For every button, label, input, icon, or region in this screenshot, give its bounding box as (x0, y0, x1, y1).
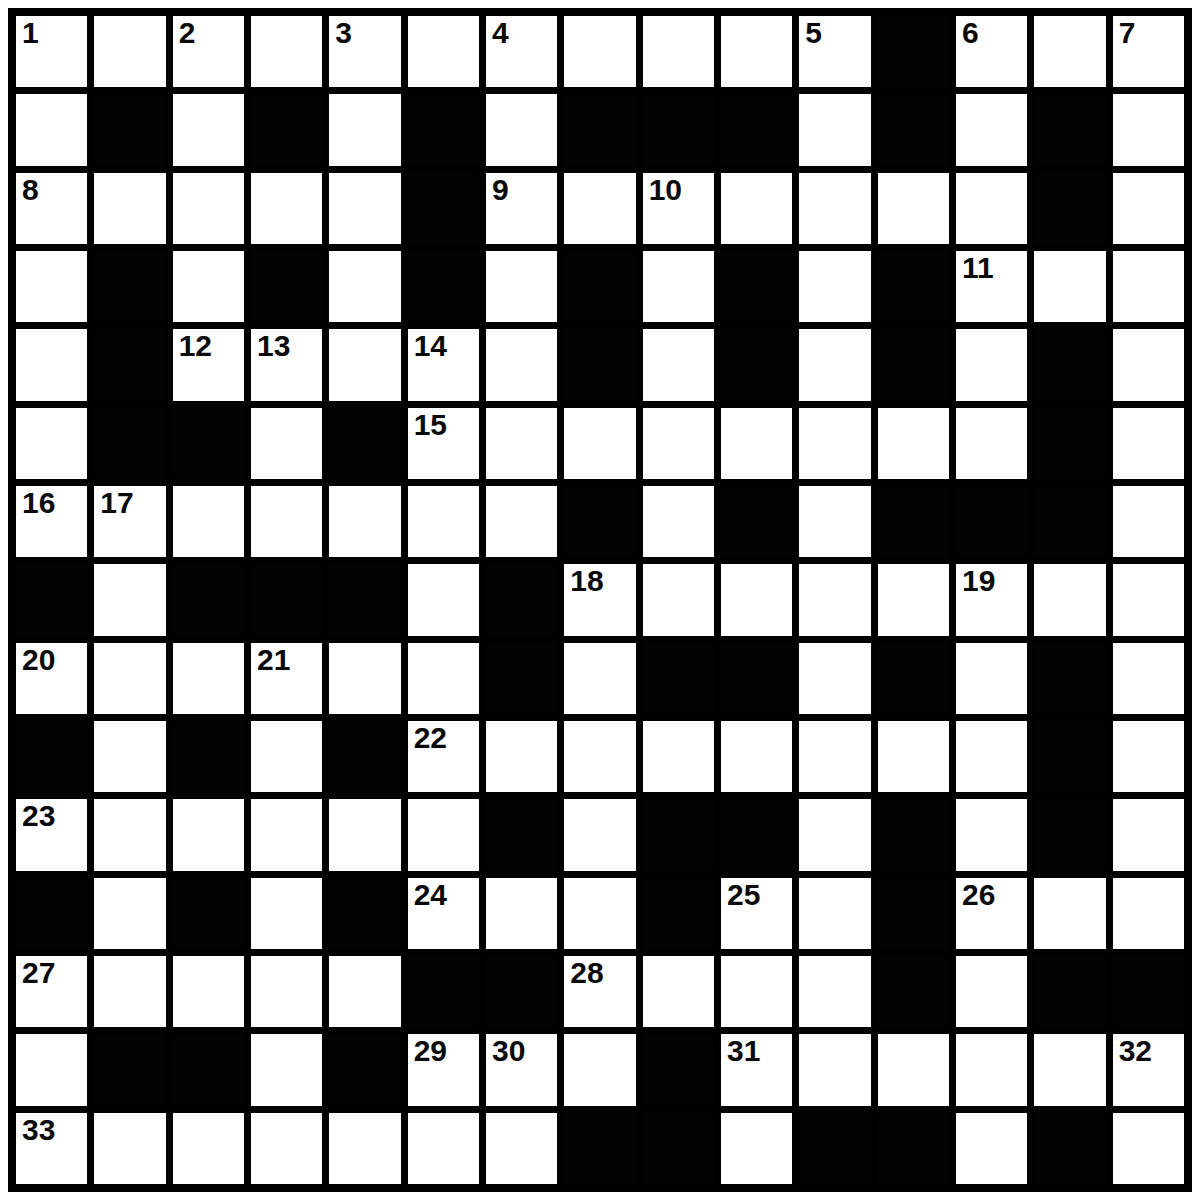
cell-r2c4-block (251, 94, 322, 165)
cell-r12c7[interactable] (486, 878, 557, 949)
cell-r13c13[interactable] (956, 956, 1027, 1027)
cell-r3c13[interactable] (956, 173, 1027, 244)
cell-r2c15[interactable] (1113, 94, 1184, 165)
cell-r10c7[interactable] (486, 721, 557, 792)
clue-number-26: 26 (962, 880, 995, 910)
cell-r11c6[interactable] (408, 799, 479, 870)
cell-r13c2[interactable] (94, 956, 165, 1027)
clue-number-24: 24 (414, 880, 447, 910)
cell-r4c8-block (564, 251, 635, 322)
cell-r15c6[interactable] (408, 1113, 479, 1184)
clue-number-16: 16 (22, 488, 55, 518)
clue-number-21: 21 (257, 645, 290, 675)
cell-r5c13[interactable] (956, 329, 1027, 400)
cell-r6c4[interactable] (251, 408, 322, 479)
cell-r14c2-block (94, 1034, 165, 1105)
cell-r7c7[interactable] (486, 486, 557, 557)
clue-number-14: 14 (414, 331, 447, 361)
cell-r13c8[interactable]: 28 (564, 956, 635, 1027)
cell-r3c5[interactable] (329, 173, 400, 244)
cell-r2c2-block (94, 94, 165, 165)
cell-r2c13[interactable] (956, 94, 1027, 165)
cell-r4c2-block (94, 251, 165, 322)
cell-r12c1-block (16, 878, 87, 949)
cell-r12c10[interactable]: 25 (721, 878, 792, 949)
cell-r10c12[interactable] (878, 721, 949, 792)
cell-r4c4-block (251, 251, 322, 322)
clue-number-6: 6 (962, 18, 979, 48)
cell-r13c7-block (486, 956, 557, 1027)
cell-r5c10-block (721, 329, 792, 400)
cell-r7c8-block (564, 486, 635, 557)
cell-r15c3[interactable] (173, 1113, 244, 1184)
cell-r8c8[interactable]: 18 (564, 564, 635, 635)
cell-r4c15[interactable] (1113, 251, 1184, 322)
cell-r9c4[interactable]: 21 (251, 643, 322, 714)
clue-number-9: 9 (492, 175, 509, 205)
cell-r5c1[interactable] (16, 329, 87, 400)
cell-r1c14[interactable] (1034, 16, 1105, 87)
cell-r14c13[interactable] (956, 1034, 1027, 1105)
cell-r10c1-block (16, 721, 87, 792)
clue-number-18: 18 (570, 566, 603, 596)
cell-r12c15[interactable] (1113, 878, 1184, 949)
cell-r4c11[interactable] (799, 251, 870, 322)
cell-r7c5[interactable] (329, 486, 400, 557)
cell-r12c9-block (643, 878, 714, 949)
cell-r6c2-block (94, 408, 165, 479)
cell-r5c11[interactable] (799, 329, 870, 400)
cell-r15c12-block (878, 1113, 949, 1184)
cell-r2c7[interactable] (486, 94, 557, 165)
cell-r5c8-block (564, 329, 635, 400)
cell-r15c2[interactable] (94, 1113, 165, 1184)
cell-r13c12-block (878, 956, 949, 1027)
cell-r1c15[interactable]: 7 (1113, 16, 1184, 87)
cell-r6c3-block (173, 408, 244, 479)
cell-r11c9-block (643, 799, 714, 870)
cell-r1c13[interactable]: 6 (956, 16, 1027, 87)
cell-r1c12-block (878, 16, 949, 87)
cell-r3c10[interactable] (721, 173, 792, 244)
cell-r6c12[interactable] (878, 408, 949, 479)
clue-number-11: 11 (962, 253, 994, 283)
cell-r7c15[interactable] (1113, 486, 1184, 557)
cell-r2c1[interactable] (16, 94, 87, 165)
cell-r4c3[interactable] (173, 251, 244, 322)
clue-number-23: 23 (22, 801, 55, 831)
cell-r2c3[interactable] (173, 94, 244, 165)
cell-r11c7-block (486, 799, 557, 870)
cell-r5c14-block (1034, 329, 1105, 400)
cell-r9c12-block (878, 643, 949, 714)
cell-r4c1[interactable] (16, 251, 87, 322)
cell-r7c10-block (721, 486, 792, 557)
cell-r11c13[interactable] (956, 799, 1027, 870)
cell-r6c15[interactable] (1113, 408, 1184, 479)
cell-r10c10[interactable] (721, 721, 792, 792)
cell-r14c14[interactable] (1034, 1034, 1105, 1105)
cell-r15c1[interactable]: 33 (16, 1113, 87, 1184)
cell-r13c9[interactable] (643, 956, 714, 1027)
cell-r4c9[interactable] (643, 251, 714, 322)
cell-r12c8[interactable] (564, 878, 635, 949)
cell-r14c15[interactable]: 32 (1113, 1034, 1184, 1105)
crossword-board: 1234567891011121314151617181920212223242… (8, 8, 1192, 1192)
cell-r4c12-block (878, 251, 949, 322)
cell-r6c14-block (1034, 408, 1105, 479)
cell-r9c11[interactable] (799, 643, 870, 714)
cell-r1c6[interactable] (408, 16, 479, 87)
cell-r7c12-block (878, 486, 949, 557)
cell-r1c1[interactable]: 1 (16, 16, 87, 87)
cell-r3c15[interactable] (1113, 173, 1184, 244)
cell-r14c6[interactable]: 29 (408, 1034, 479, 1105)
cell-r10c4[interactable] (251, 721, 322, 792)
cell-r10c14-block (1034, 721, 1105, 792)
cell-r2c9-block (643, 94, 714, 165)
clue-number-10: 10 (649, 175, 682, 205)
cell-r2c11[interactable] (799, 94, 870, 165)
cell-r3c6-block (408, 173, 479, 244)
clue-number-8: 8 (22, 175, 39, 205)
cell-r2c6-block (408, 94, 479, 165)
cell-r3c4[interactable] (251, 173, 322, 244)
cell-r8c12[interactable] (878, 564, 949, 635)
clue-number-5: 5 (805, 18, 822, 48)
cell-r7c11[interactable] (799, 486, 870, 557)
cell-r10c15[interactable] (1113, 721, 1184, 792)
cell-r12c3-block (173, 878, 244, 949)
cell-r4c7[interactable] (486, 251, 557, 322)
cell-r15c11-block (799, 1113, 870, 1184)
cell-r10c5-block (329, 721, 400, 792)
cell-r3c7[interactable]: 9 (486, 173, 557, 244)
cell-r3c14-block (1034, 173, 1105, 244)
clue-number-4: 4 (492, 18, 509, 48)
cell-r9c6[interactable] (408, 643, 479, 714)
cell-r6c8[interactable] (564, 408, 635, 479)
clue-number-3: 3 (335, 18, 352, 48)
cell-r6c6[interactable]: 15 (408, 408, 479, 479)
cell-r11c8[interactable] (564, 799, 635, 870)
cell-r15c10[interactable] (721, 1113, 792, 1184)
cell-r13c15-block (1113, 956, 1184, 1027)
cell-r13c3[interactable] (173, 956, 244, 1027)
cell-r14c8[interactable] (564, 1034, 635, 1105)
cell-r2c12-block (878, 94, 949, 165)
cell-r15c5[interactable] (329, 1113, 400, 1184)
cell-r13c4[interactable] (251, 956, 322, 1027)
cell-r11c2[interactable] (94, 799, 165, 870)
cell-r1c3[interactable]: 2 (173, 16, 244, 87)
cell-r5c7[interactable] (486, 329, 557, 400)
cell-r6c7[interactable] (486, 408, 557, 479)
clue-number-25: 25 (727, 880, 760, 910)
cell-r9c1[interactable]: 20 (16, 643, 87, 714)
cell-r9c8[interactable] (564, 643, 635, 714)
cell-r11c11[interactable] (799, 799, 870, 870)
clue-number-27: 27 (22, 958, 55, 988)
cell-r6c1[interactable] (16, 408, 87, 479)
cell-r14c10[interactable]: 31 (721, 1034, 792, 1105)
cell-r1c2[interactable] (94, 16, 165, 87)
cell-r9c2[interactable] (94, 643, 165, 714)
cell-r5c6[interactable]: 14 (408, 329, 479, 400)
cell-r8c5-block (329, 564, 400, 635)
cell-r12c5-block (329, 878, 400, 949)
cell-r14c5-block (329, 1034, 400, 1105)
cell-r15c15[interactable] (1113, 1113, 1184, 1184)
cell-r13c10[interactable] (721, 956, 792, 1027)
cell-r10c8[interactable] (564, 721, 635, 792)
cell-r1c11[interactable]: 5 (799, 16, 870, 87)
cell-r3c8[interactable] (564, 173, 635, 244)
cell-r14c3-block (173, 1034, 244, 1105)
cell-r5c2-block (94, 329, 165, 400)
cell-r15c8-block (564, 1113, 635, 1184)
cell-r3c11[interactable] (799, 173, 870, 244)
cell-r4c5[interactable] (329, 251, 400, 322)
cell-r7c9[interactable] (643, 486, 714, 557)
cell-r6c9[interactable] (643, 408, 714, 479)
clue-number-17: 17 (100, 488, 133, 518)
cell-r15c4[interactable] (251, 1113, 322, 1184)
clue-number-30: 30 (492, 1036, 525, 1066)
cell-r15c7[interactable] (486, 1113, 557, 1184)
cell-r8c15[interactable] (1113, 564, 1184, 635)
cell-r2c14-block (1034, 94, 1105, 165)
clue-number-28: 28 (570, 958, 603, 988)
cell-r9c5[interactable] (329, 643, 400, 714)
cell-r7c14-block (1034, 486, 1105, 557)
cell-r10c11[interactable] (799, 721, 870, 792)
cell-r12c11[interactable] (799, 878, 870, 949)
cell-r12c13[interactable]: 26 (956, 878, 1027, 949)
cell-r8c11[interactable] (799, 564, 870, 635)
cell-r10c6[interactable]: 22 (408, 721, 479, 792)
cell-r14c1[interactable] (16, 1034, 87, 1105)
cell-r8c13[interactable]: 19 (956, 564, 1027, 635)
cell-r2c10-block (721, 94, 792, 165)
clue-number-22: 22 (414, 723, 447, 753)
clue-number-29: 29 (414, 1036, 447, 1066)
cell-r2c5[interactable] (329, 94, 400, 165)
cell-r7c4[interactable] (251, 486, 322, 557)
cell-r3c1[interactable]: 8 (16, 173, 87, 244)
clue-number-31: 31 (727, 1036, 760, 1066)
cell-r12c2[interactable] (94, 878, 165, 949)
cell-r14c9-block (643, 1034, 714, 1105)
cell-r9c10-block (721, 643, 792, 714)
cell-r1c5[interactable]: 3 (329, 16, 400, 87)
cell-r9c14-block (1034, 643, 1105, 714)
clue-number-32: 32 (1119, 1036, 1152, 1066)
cell-r9c9-block (643, 643, 714, 714)
clue-number-20: 20 (22, 645, 55, 675)
cell-r10c2[interactable] (94, 721, 165, 792)
cell-r8c14[interactable] (1034, 564, 1105, 635)
cell-r5c5[interactable] (329, 329, 400, 400)
clue-number-33: 33 (22, 1115, 55, 1145)
cell-r2c8-block (564, 94, 635, 165)
cell-r15c14-block (1034, 1113, 1105, 1184)
cell-r7c13-block (956, 486, 1027, 557)
clue-number-12: 12 (179, 331, 212, 361)
cell-r5c3[interactable]: 12 (173, 329, 244, 400)
cell-r15c13[interactable] (956, 1113, 1027, 1184)
cell-r10c3-block (173, 721, 244, 792)
cell-r8c9[interactable] (643, 564, 714, 635)
cell-r11c14-block (1034, 799, 1105, 870)
cell-r10c13[interactable] (956, 721, 1027, 792)
cell-r1c7[interactable]: 4 (486, 16, 557, 87)
cell-r7c3[interactable] (173, 486, 244, 557)
cell-r11c3[interactable] (173, 799, 244, 870)
cell-r5c12-block (878, 329, 949, 400)
cell-r3c3[interactable] (173, 173, 244, 244)
cell-r9c7-block (486, 643, 557, 714)
cell-r5c15[interactable] (1113, 329, 1184, 400)
cell-r7c6[interactable] (408, 486, 479, 557)
clue-number-1: 1 (22, 18, 39, 48)
cell-r14c7[interactable]: 30 (486, 1034, 557, 1105)
cell-r13c6-block (408, 956, 479, 1027)
cell-r12c12-block (878, 878, 949, 949)
cell-r12c6[interactable]: 24 (408, 878, 479, 949)
cell-r13c11[interactable] (799, 956, 870, 1027)
cell-r1c10[interactable] (721, 16, 792, 87)
cell-r14c11[interactable] (799, 1034, 870, 1105)
cell-r4c14[interactable] (1034, 251, 1105, 322)
cell-r15c9-block (643, 1113, 714, 1184)
cell-r6c11[interactable] (799, 408, 870, 479)
cell-r8c3-block (173, 564, 244, 635)
cell-r9c3[interactable] (173, 643, 244, 714)
cell-r11c12-block (878, 799, 949, 870)
cell-r4c10-block (721, 251, 792, 322)
cell-r4c13[interactable]: 11 (956, 251, 1027, 322)
cell-r8c4-block (251, 564, 322, 635)
cell-r5c4[interactable]: 13 (251, 329, 322, 400)
cell-r13c1[interactable]: 27 (16, 956, 87, 1027)
cell-r12c4[interactable] (251, 878, 322, 949)
cell-r13c5[interactable] (329, 956, 400, 1027)
cell-r8c7-block (486, 564, 557, 635)
cell-r1c8[interactable] (564, 16, 635, 87)
cell-r11c4[interactable] (251, 799, 322, 870)
cell-r7c1[interactable]: 16 (16, 486, 87, 557)
cell-r5c9[interactable] (643, 329, 714, 400)
cell-r4c6-block (408, 251, 479, 322)
cell-r13c14-block (1034, 956, 1105, 1027)
cell-r8c1-block (16, 564, 87, 635)
cell-r1c4[interactable] (251, 16, 322, 87)
cell-r3c2[interactable] (94, 173, 165, 244)
cell-r6c5-block (329, 408, 400, 479)
cell-r14c12[interactable] (878, 1034, 949, 1105)
cell-r3c9[interactable]: 10 (643, 173, 714, 244)
clue-number-13: 13 (257, 331, 290, 361)
cell-r6c10[interactable] (721, 408, 792, 479)
cell-r11c5[interactable] (329, 799, 400, 870)
cell-r9c13[interactable] (956, 643, 1027, 714)
cell-r9c15[interactable] (1113, 643, 1184, 714)
cell-r14c4[interactable] (251, 1034, 322, 1105)
cell-r11c15[interactable] (1113, 799, 1184, 870)
clue-number-2: 2 (179, 18, 196, 48)
cell-r1c9[interactable] (643, 16, 714, 87)
cell-r11c1[interactable]: 23 (16, 799, 87, 870)
cell-r6c13[interactable] (956, 408, 1027, 479)
cell-r8c6[interactable] (408, 564, 479, 635)
cell-r8c2[interactable] (94, 564, 165, 635)
clue-number-7: 7 (1119, 18, 1136, 48)
cell-r10c9[interactable] (643, 721, 714, 792)
cell-r3c12[interactable] (878, 173, 949, 244)
cell-r11c10-block (721, 799, 792, 870)
clue-number-19: 19 (962, 566, 995, 596)
cell-r12c14[interactable] (1034, 878, 1105, 949)
cell-r7c2[interactable]: 17 (94, 486, 165, 557)
clue-number-15: 15 (414, 410, 447, 440)
cell-r8c10[interactable] (721, 564, 792, 635)
